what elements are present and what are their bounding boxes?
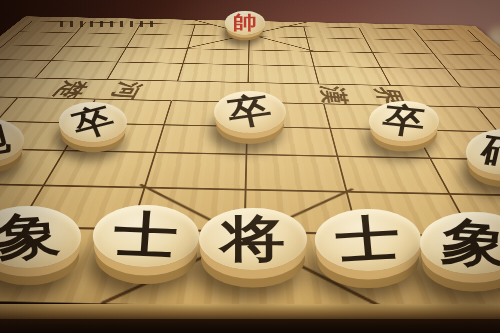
piece-character: 砲 bbox=[0, 119, 13, 161]
piece-black-advisor[interactable]: 士 bbox=[93, 205, 199, 266]
piece-character: 帥 bbox=[233, 14, 257, 33]
piece-character: 士 bbox=[113, 210, 180, 262]
pieces-layer: 帥砲卒卒卒砲象士将士象 bbox=[0, 0, 500, 333]
scene: 楚河 漢界 帥砲卒卒卒砲象士将士象 bbox=[0, 0, 500, 333]
piece-red-general[interactable]: 帥 bbox=[225, 11, 265, 34]
piece-black-cannon[interactable]: 砲 bbox=[466, 129, 500, 174]
piece-character: 卒 bbox=[225, 92, 275, 131]
piece-character: 砲 bbox=[478, 131, 500, 173]
piece-black-cannon[interactable]: 砲 bbox=[0, 118, 24, 162]
piece-character: 象 bbox=[0, 210, 62, 264]
piece-black-advisor[interactable]: 士 bbox=[315, 209, 421, 270]
piece-black-elephant[interactable]: 象 bbox=[0, 206, 81, 267]
piece-black-general[interactable]: 将 bbox=[199, 208, 307, 271]
piece-black-soldier[interactable]: 卒 bbox=[59, 102, 127, 141]
piece-black-soldier[interactable]: 卒 bbox=[369, 101, 439, 142]
piece-character: 卒 bbox=[67, 102, 118, 142]
piece-character: 卒 bbox=[380, 102, 427, 139]
piece-black-elephant[interactable]: 象 bbox=[420, 212, 500, 275]
piece-character: 象 bbox=[439, 216, 500, 271]
piece-black-soldier[interactable]: 卒 bbox=[214, 91, 286, 133]
piece-character: 士 bbox=[334, 214, 402, 267]
piece-character: 将 bbox=[221, 214, 286, 265]
